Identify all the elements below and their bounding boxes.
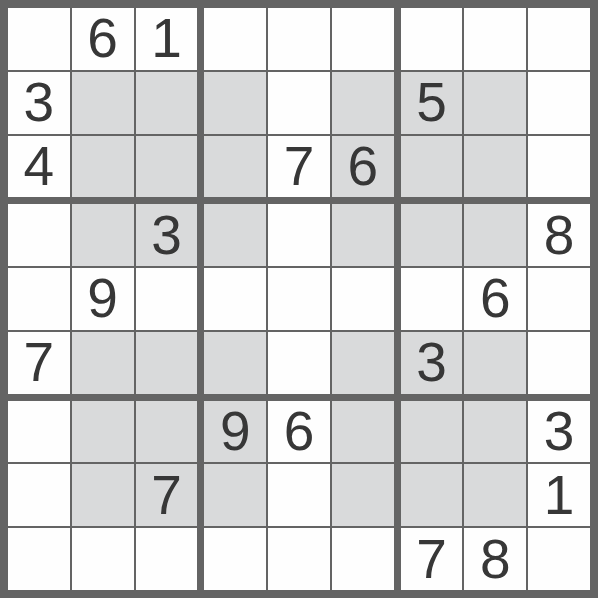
box-r2c2 bbox=[204, 204, 393, 393]
cell-r7c7[interactable] bbox=[401, 401, 463, 463]
box-r1c1: 6134 bbox=[8, 8, 197, 197]
cell-r4c8[interactable] bbox=[464, 204, 526, 266]
cell-r9c7[interactable]: 7 bbox=[401, 528, 463, 590]
cell-r2c1[interactable]: 3 bbox=[8, 72, 70, 134]
cell-r8c6[interactable] bbox=[332, 464, 394, 526]
box-r1c3: 5 bbox=[401, 8, 590, 197]
box-r3c3: 3178 bbox=[401, 401, 590, 590]
cell-r1c6[interactable] bbox=[332, 8, 394, 70]
cell-r8c2[interactable] bbox=[72, 464, 134, 526]
cell-r8c8[interactable] bbox=[464, 464, 526, 526]
cell-r6c9[interactable] bbox=[528, 332, 590, 394]
cell-r1c3[interactable]: 1 bbox=[136, 8, 198, 70]
box-r2c1: 397 bbox=[8, 204, 197, 393]
cell-r7c1[interactable] bbox=[8, 401, 70, 463]
cell-r8c5[interactable] bbox=[268, 464, 330, 526]
cell-r8c4[interactable] bbox=[204, 464, 266, 526]
cell-r1c5[interactable] bbox=[268, 8, 330, 70]
cell-r4c7[interactable] bbox=[401, 204, 463, 266]
cell-r3c3[interactable] bbox=[136, 136, 198, 198]
cell-r5c9[interactable] bbox=[528, 268, 590, 330]
cell-r7c4[interactable]: 9 bbox=[204, 401, 266, 463]
cell-r7c3[interactable] bbox=[136, 401, 198, 463]
cell-r3c9[interactable] bbox=[528, 136, 590, 198]
cell-r6c3[interactable] bbox=[136, 332, 198, 394]
cell-r9c6[interactable] bbox=[332, 528, 394, 590]
cell-r6c6[interactable] bbox=[332, 332, 394, 394]
box-r2c3: 863 bbox=[401, 204, 590, 393]
cell-r4c3[interactable]: 3 bbox=[136, 204, 198, 266]
cell-r2c8[interactable] bbox=[464, 72, 526, 134]
cell-r5c6[interactable] bbox=[332, 268, 394, 330]
cell-r1c8[interactable] bbox=[464, 8, 526, 70]
cell-r6c4[interactable] bbox=[204, 332, 266, 394]
box-r1c2: 76 bbox=[204, 8, 393, 197]
cell-r9c8[interactable]: 8 bbox=[464, 528, 526, 590]
cell-r2c2[interactable] bbox=[72, 72, 134, 134]
cell-r1c2[interactable]: 6 bbox=[72, 8, 134, 70]
cell-r3c6[interactable]: 6 bbox=[332, 136, 394, 198]
cell-r1c1[interactable] bbox=[8, 8, 70, 70]
cell-r5c3[interactable] bbox=[136, 268, 198, 330]
cell-r9c1[interactable] bbox=[8, 528, 70, 590]
cell-r2c5[interactable] bbox=[268, 72, 330, 134]
cell-r7c6[interactable] bbox=[332, 401, 394, 463]
cell-r5c8[interactable]: 6 bbox=[464, 268, 526, 330]
cell-r7c2[interactable] bbox=[72, 401, 134, 463]
cell-r9c3[interactable] bbox=[136, 528, 198, 590]
box-r3c1: 7 bbox=[8, 401, 197, 590]
cell-r4c1[interactable] bbox=[8, 204, 70, 266]
cell-r3c4[interactable] bbox=[204, 136, 266, 198]
sudoku-board: 61347653978637963178 bbox=[0, 0, 598, 598]
cell-r6c1[interactable]: 7 bbox=[8, 332, 70, 394]
cell-r2c7[interactable]: 5 bbox=[401, 72, 463, 134]
cell-r5c7[interactable] bbox=[401, 268, 463, 330]
cell-r3c8[interactable] bbox=[464, 136, 526, 198]
cell-r8c7[interactable] bbox=[401, 464, 463, 526]
cell-r5c5[interactable] bbox=[268, 268, 330, 330]
cell-r5c1[interactable] bbox=[8, 268, 70, 330]
cell-r5c2[interactable]: 9 bbox=[72, 268, 134, 330]
cell-r4c4[interactable] bbox=[204, 204, 266, 266]
cell-r4c6[interactable] bbox=[332, 204, 394, 266]
cell-r4c2[interactable] bbox=[72, 204, 134, 266]
cell-r9c5[interactable] bbox=[268, 528, 330, 590]
cell-r2c4[interactable] bbox=[204, 72, 266, 134]
cell-r7c9[interactable]: 3 bbox=[528, 401, 590, 463]
cell-r8c3[interactable]: 7 bbox=[136, 464, 198, 526]
cell-r9c9[interactable] bbox=[528, 528, 590, 590]
cell-r8c1[interactable] bbox=[8, 464, 70, 526]
cell-r6c7[interactable]: 3 bbox=[401, 332, 463, 394]
cell-r1c7[interactable] bbox=[401, 8, 463, 70]
cell-r1c9[interactable] bbox=[528, 8, 590, 70]
cell-r9c2[interactable] bbox=[72, 528, 134, 590]
cell-r6c8[interactable] bbox=[464, 332, 526, 394]
cell-r6c5[interactable] bbox=[268, 332, 330, 394]
cell-r2c6[interactable] bbox=[332, 72, 394, 134]
cell-r2c9[interactable] bbox=[528, 72, 590, 134]
cell-r7c8[interactable] bbox=[464, 401, 526, 463]
cell-r4c9[interactable]: 8 bbox=[528, 204, 590, 266]
cell-r3c2[interactable] bbox=[72, 136, 134, 198]
cell-r2c3[interactable] bbox=[136, 72, 198, 134]
cell-r3c1[interactable]: 4 bbox=[8, 136, 70, 198]
cell-r4c5[interactable] bbox=[268, 204, 330, 266]
cell-r3c5[interactable]: 7 bbox=[268, 136, 330, 198]
cell-r8c9[interactable]: 1 bbox=[528, 464, 590, 526]
cell-r9c4[interactable] bbox=[204, 528, 266, 590]
box-r3c2: 96 bbox=[204, 401, 393, 590]
cell-r7c5[interactable]: 6 bbox=[268, 401, 330, 463]
cell-r6c2[interactable] bbox=[72, 332, 134, 394]
cell-r5c4[interactable] bbox=[204, 268, 266, 330]
cell-r3c7[interactable] bbox=[401, 136, 463, 198]
cell-r1c4[interactable] bbox=[204, 8, 266, 70]
